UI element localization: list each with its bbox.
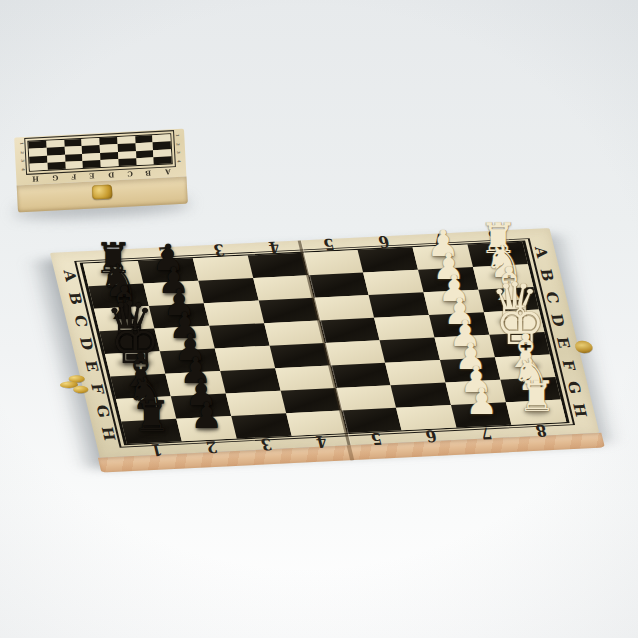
board-square-c4 <box>259 298 319 323</box>
board-square-c1 <box>94 306 154 331</box>
coordinate-label: A <box>59 270 80 282</box>
board-square-b2 <box>143 281 203 306</box>
board-square-c6 <box>369 292 429 317</box>
closed-box-letter: E <box>89 171 95 180</box>
board-square-d8 <box>484 309 544 334</box>
chess-board: ABCDEFGHABCDEFGH1234567812345678 <box>50 228 599 458</box>
board-square-d5 <box>319 318 379 343</box>
closed-box-number: 2 <box>175 143 180 146</box>
board-square-b7 <box>418 267 478 292</box>
closed-box-number: 4 <box>20 168 25 171</box>
board-square-g2 <box>171 393 231 418</box>
closed-box-square <box>47 162 65 170</box>
board-square-b8 <box>473 264 533 289</box>
board-square-d2 <box>154 326 214 351</box>
closed-box-square <box>154 156 172 164</box>
closed-box-square <box>30 163 48 171</box>
board-square-c8 <box>478 287 538 312</box>
closed-box-number: 1 <box>175 134 180 137</box>
closed-box-square <box>100 159 118 167</box>
board-square-d1 <box>99 329 159 354</box>
board-square-f1 <box>110 374 170 399</box>
closed-box-letter: C <box>127 169 133 178</box>
closed-box-number: 1 <box>19 142 24 145</box>
board-square-c5 <box>314 295 374 320</box>
board-square-g4 <box>281 388 341 413</box>
board-square-g1 <box>116 396 176 421</box>
board-square-f6 <box>385 360 445 385</box>
board-square-d7 <box>429 312 489 337</box>
coordinate-label: B <box>536 268 557 281</box>
closed-box-letter: A <box>164 167 170 176</box>
coordinate-label: D <box>76 337 97 351</box>
closed-box-number: 2 <box>19 151 24 154</box>
product-photo-stage: 1234 1234 HGFEDCBA ABCDEFGHABCDEFGH12345… <box>0 0 638 638</box>
closed-box-numbers-left: 1234 <box>16 141 28 172</box>
closed-box-letter: F <box>71 172 76 181</box>
board-square-e7 <box>435 335 495 360</box>
closed-box-checkerboard <box>27 133 172 171</box>
board-square-g7 <box>445 380 505 405</box>
closed-box-square <box>118 158 136 166</box>
board-square-b1 <box>88 284 148 309</box>
board-square-e2 <box>160 348 220 373</box>
coordinate-label: G <box>564 381 585 394</box>
closed-box-number: 3 <box>20 159 25 162</box>
board-square-e3 <box>215 346 275 371</box>
board-square-c3 <box>204 301 264 326</box>
board-square-f4 <box>275 365 335 390</box>
coordinate-label: D <box>547 313 568 327</box>
closed-box-number: 4 <box>176 160 181 163</box>
coordinate-label: F <box>558 359 579 370</box>
board-square-e5 <box>325 340 385 365</box>
closed-box-letter: G <box>52 173 58 182</box>
closed-chess-box: 1234 1234 HGFEDCBA <box>14 129 188 213</box>
closed-box-number: 3 <box>176 151 181 154</box>
board-square-c2 <box>149 303 209 328</box>
board-square-g8 <box>500 377 560 402</box>
coordinate-label: C <box>542 291 563 304</box>
closed-box-letter: H <box>32 174 39 183</box>
board-square-b6 <box>363 270 423 295</box>
board-square-b3 <box>198 278 258 303</box>
brass-clasp-icon <box>92 184 113 199</box>
coordinate-label: B <box>65 292 86 305</box>
board-square-e8 <box>489 332 549 357</box>
coordinate-label: G <box>92 404 113 417</box>
closed-box-square <box>83 160 101 168</box>
coordinate-label: E <box>81 360 102 372</box>
board-square-g6 <box>391 382 451 407</box>
board-square-d3 <box>209 323 269 348</box>
board-square-e4 <box>270 343 330 368</box>
coordinate-label: C <box>70 315 91 328</box>
board-square-g5 <box>336 385 396 410</box>
closed-box-square <box>136 157 154 165</box>
coordinate-label: A <box>531 246 552 258</box>
coordinate-label: H <box>569 403 590 418</box>
board-square-d6 <box>374 315 434 340</box>
coordinate-label: E <box>553 336 574 348</box>
board-square-g3 <box>226 391 286 416</box>
coordinate-label: F <box>87 383 108 394</box>
closed-box-square <box>65 161 83 169</box>
board-square-b4 <box>253 275 313 300</box>
board-square-f2 <box>165 371 225 396</box>
board-square-e6 <box>380 337 440 362</box>
board-square-c7 <box>424 290 484 315</box>
coordinate-label: H <box>97 426 118 441</box>
board-square-f5 <box>330 363 390 388</box>
closed-box-letter: B <box>145 168 151 177</box>
board-square-e1 <box>105 351 165 376</box>
board-square-f8 <box>495 354 555 379</box>
board-square-d4 <box>264 320 324 345</box>
closed-box-letter: D <box>107 170 114 179</box>
board-square-f3 <box>220 368 280 393</box>
closed-box-numbers-right: 1234 <box>172 133 184 164</box>
board-square-b5 <box>308 273 368 298</box>
brass-hinge-icon <box>574 340 594 353</box>
board-square-f7 <box>440 357 500 382</box>
